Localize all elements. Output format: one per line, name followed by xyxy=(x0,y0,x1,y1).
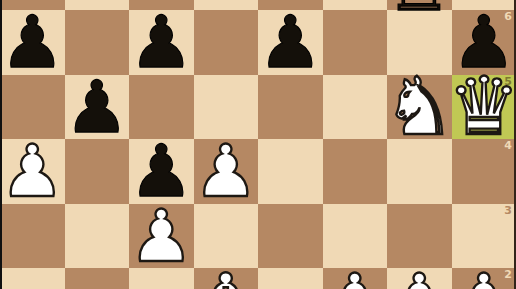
white-pawn-a4[interactable]: ♟ xyxy=(0,139,65,204)
square-b3[interactable] xyxy=(65,204,130,269)
white-pawn-f2[interactable]: ♟ xyxy=(323,268,388,289)
square-f4[interactable] xyxy=(323,139,388,204)
square-d6[interactable] xyxy=(194,10,259,75)
square-e3[interactable] xyxy=(258,204,323,269)
square-e2[interactable] xyxy=(258,268,323,289)
black-pawn-a6[interactable]: ♟ xyxy=(0,10,65,75)
black-pawn-b5[interactable]: ♟ xyxy=(65,75,130,140)
square-f5[interactable] xyxy=(323,75,388,140)
square-e5[interactable] xyxy=(258,75,323,140)
chess-board-screenshot: 65432♜♟♟♟♟♟♞♛♟♟♟♟♝♟♟♟ xyxy=(0,0,516,289)
white-queen-h5[interactable]: ♛ xyxy=(452,75,516,140)
white-pawn-g2[interactable]: ♟ xyxy=(387,268,452,289)
black-pawn-c6[interactable]: ♟ xyxy=(129,10,194,75)
white-knight-g5[interactable]: ♞ xyxy=(387,75,452,140)
square-e4[interactable] xyxy=(258,139,323,204)
white-pawn-d4[interactable]: ♟ xyxy=(194,139,259,204)
white-bishop-d2[interactable]: ♝ xyxy=(194,270,259,289)
square-f6[interactable] xyxy=(323,10,388,75)
square-b7[interactable] xyxy=(65,0,130,10)
left-edge-bar xyxy=(0,0,2,289)
square-b2[interactable] xyxy=(65,268,130,289)
black-pawn-e6[interactable]: ♟ xyxy=(258,10,323,75)
square-d7[interactable] xyxy=(194,0,259,10)
black-rook-g7[interactable]: ♜ xyxy=(387,0,452,16)
white-pawn-c3[interactable]: ♟ xyxy=(129,204,194,269)
square-f7[interactable] xyxy=(323,0,388,10)
square-a2[interactable] xyxy=(0,268,65,289)
rank-label-3: 3 xyxy=(504,205,512,216)
square-a3[interactable] xyxy=(0,204,65,269)
white-pawn-h2[interactable]: ♟ xyxy=(452,268,516,289)
chess-board: 65432♜♟♟♟♟♟♞♛♟♟♟♟♝♟♟♟ xyxy=(0,0,516,289)
